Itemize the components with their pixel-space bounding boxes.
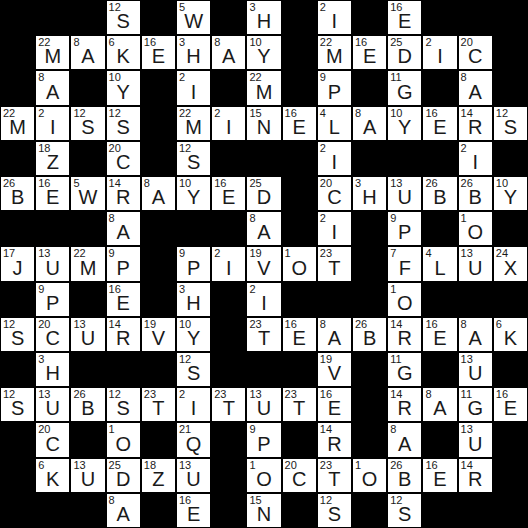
cell-letter: A bbox=[71, 45, 104, 68]
cell-letter: C bbox=[36, 327, 69, 350]
cell-r2c7[interactable]: 22M bbox=[246, 70, 281, 105]
cell-r2c5[interactable]: 2I bbox=[176, 70, 211, 105]
cell-r2c11[interactable]: 11G bbox=[387, 70, 422, 105]
black-cell bbox=[493, 493, 528, 528]
cell-r0c5[interactable]: 5W bbox=[176, 0, 211, 35]
cell-letter: C bbox=[36, 433, 69, 456]
cell-r12c13[interactable]: 13U bbox=[458, 422, 493, 457]
black-cell bbox=[141, 106, 176, 141]
black-cell bbox=[0, 141, 35, 176]
cell-r7c12[interactable]: 4L bbox=[422, 246, 457, 281]
black-cell bbox=[211, 317, 246, 352]
cell-letter: A bbox=[107, 503, 140, 526]
cell-letter: R bbox=[107, 327, 140, 350]
cell-r14c5[interactable]: 16E bbox=[176, 493, 211, 528]
cell-letter: U bbox=[388, 186, 421, 209]
cell-letter: C bbox=[107, 151, 140, 174]
black-cell bbox=[422, 211, 457, 246]
cell-r6c9[interactable]: 2I bbox=[317, 211, 352, 246]
cell-letter: M bbox=[247, 81, 280, 104]
cell-r7c3[interactable]: 9P bbox=[106, 246, 141, 281]
black-cell bbox=[246, 141, 281, 176]
black-cell bbox=[211, 70, 246, 105]
cell-r5c11[interactable]: 13U bbox=[387, 176, 422, 211]
cell-letter: E bbox=[36, 186, 69, 209]
cell-letter: A bbox=[423, 397, 456, 420]
black-cell bbox=[141, 211, 176, 246]
cell-r11c4[interactable]: 23T bbox=[141, 387, 176, 422]
cell-letter: U bbox=[71, 468, 104, 491]
cell-r3c11[interactable]: 10Y bbox=[387, 106, 422, 141]
cell-letter: O bbox=[353, 468, 386, 491]
cell-r7c13[interactable]: 13U bbox=[458, 246, 493, 281]
black-cell bbox=[211, 282, 246, 317]
cell-r5c6[interactable]: 16E bbox=[211, 176, 246, 211]
cell-letter: R bbox=[388, 397, 421, 420]
cell-r13c3[interactable]: 25D bbox=[106, 458, 141, 493]
black-cell bbox=[141, 246, 176, 281]
cell-r10c5[interactable]: 12S bbox=[176, 352, 211, 387]
cell-letter: T bbox=[142, 397, 175, 420]
cell-r1c10[interactable]: 16E bbox=[352, 35, 387, 70]
black-cell bbox=[352, 211, 387, 246]
cell-r11c7[interactable]: 13U bbox=[246, 387, 281, 422]
cell-letter: U bbox=[71, 327, 104, 350]
cell-r4c3[interactable]: 20C bbox=[106, 141, 141, 176]
black-cell bbox=[493, 70, 528, 105]
black-cell bbox=[493, 422, 528, 457]
cell-r3c12[interactable]: 16E bbox=[422, 106, 457, 141]
cell-r7c0[interactable]: 17J bbox=[0, 246, 35, 281]
cell-letter: Y bbox=[177, 327, 210, 350]
black-cell bbox=[35, 0, 70, 35]
cell-letter: K bbox=[494, 327, 527, 350]
black-cell bbox=[141, 282, 176, 317]
black-cell bbox=[0, 211, 35, 246]
black-cell bbox=[70, 493, 105, 528]
cell-r5c12[interactable]: 26B bbox=[422, 176, 457, 211]
cell-letter: J bbox=[1, 257, 34, 280]
cell-letter: I bbox=[423, 45, 456, 68]
black-cell bbox=[35, 211, 70, 246]
black-cell bbox=[106, 352, 141, 387]
cell-letter: B bbox=[1, 186, 34, 209]
cell-r0c3[interactable]: 12S bbox=[106, 0, 141, 35]
cell-letter: F bbox=[388, 257, 421, 280]
cell-r9c2[interactable]: 13U bbox=[70, 317, 105, 352]
cell-r5c9[interactable]: 20C bbox=[317, 176, 352, 211]
black-cell bbox=[70, 352, 105, 387]
cell-r14c7[interactable]: 15N bbox=[246, 493, 281, 528]
cell-letter: E bbox=[283, 116, 316, 139]
cell-r13c5[interactable]: 13U bbox=[176, 458, 211, 493]
cell-r11c14[interactable]: 16E bbox=[493, 387, 528, 422]
cell-letter: T bbox=[283, 397, 316, 420]
cell-r14c9[interactable]: 12S bbox=[317, 493, 352, 528]
cell-r13c7[interactable]: 1O bbox=[246, 458, 281, 493]
cell-letter: P bbox=[107, 257, 140, 280]
cell-r7c5[interactable]: 9P bbox=[176, 246, 211, 281]
cell-letter: I bbox=[318, 221, 351, 244]
cell-letter: U bbox=[459, 257, 492, 280]
cell-letter: I bbox=[177, 81, 210, 104]
cell-r5c2[interactable]: 5W bbox=[70, 176, 105, 211]
cell-r5c14[interactable]: 10Y bbox=[493, 176, 528, 211]
cell-letter: K bbox=[36, 468, 69, 491]
cell-r11c6[interactable]: 23T bbox=[211, 387, 246, 422]
cell-r3c3[interactable]: 12S bbox=[106, 106, 141, 141]
cell-letter: N bbox=[247, 116, 280, 139]
cell-letter: Y bbox=[247, 45, 280, 68]
black-cell bbox=[141, 352, 176, 387]
cell-r9c10[interactable]: 26B bbox=[352, 317, 387, 352]
cell-letter: W bbox=[177, 10, 210, 33]
cell-r9c11[interactable]: 14R bbox=[387, 317, 422, 352]
cell-r11c8[interactable]: 23T bbox=[282, 387, 317, 422]
cell-r1c11[interactable]: 25D bbox=[387, 35, 422, 70]
cell-letter: B bbox=[353, 327, 386, 350]
cell-letter: P bbox=[318, 81, 351, 104]
cell-r1c12[interactable]: 2I bbox=[422, 35, 457, 70]
cell-r11c0[interactable]: 12S bbox=[0, 387, 35, 422]
cell-r1c13[interactable]: 20C bbox=[458, 35, 493, 70]
cell-letter: C bbox=[318, 186, 351, 209]
cell-r7c14[interactable]: 24X bbox=[493, 246, 528, 281]
cell-r7c6[interactable]: 2I bbox=[211, 246, 246, 281]
black-cell bbox=[0, 282, 35, 317]
cell-r8c11[interactable]: 1O bbox=[387, 282, 422, 317]
cell-r0c7[interactable]: 3H bbox=[246, 0, 281, 35]
cell-r9c1[interactable]: 20C bbox=[35, 317, 70, 352]
cell-r2c1[interactable]: 8A bbox=[35, 70, 70, 105]
cell-r1c6[interactable]: 8A bbox=[211, 35, 246, 70]
cell-r12c9[interactable]: 14R bbox=[317, 422, 352, 457]
cell-letter: E bbox=[423, 116, 456, 139]
cell-r13c2[interactable]: 13U bbox=[70, 458, 105, 493]
cell-letter: L bbox=[318, 116, 351, 139]
cell-r5c1[interactable]: 16E bbox=[35, 176, 70, 211]
cell-r7c8[interactable]: 1O bbox=[282, 246, 317, 281]
black-cell bbox=[70, 70, 105, 105]
cell-letter: R bbox=[459, 468, 492, 491]
cell-letter: M bbox=[177, 116, 210, 139]
cell-letter: H bbox=[177, 292, 210, 315]
cell-r3c9[interactable]: 4L bbox=[317, 106, 352, 141]
cell-r6c7[interactable]: 8A bbox=[246, 211, 281, 246]
cell-letter: C bbox=[283, 468, 316, 491]
cell-r8c1[interactable]: 9P bbox=[35, 282, 70, 317]
cell-letter: U bbox=[36, 257, 69, 280]
cell-r6c13[interactable]: 1O bbox=[458, 211, 493, 246]
cell-r2c3[interactable]: 10Y bbox=[106, 70, 141, 105]
cell-letter: P bbox=[388, 221, 421, 244]
cell-r3c7[interactable]: 15N bbox=[246, 106, 281, 141]
cell-letter: I bbox=[177, 397, 210, 420]
cell-letter: H bbox=[247, 10, 280, 33]
cell-r13c11[interactable]: 26B bbox=[387, 458, 422, 493]
cell-r6c3[interactable]: 8A bbox=[106, 211, 141, 246]
cell-letter: Y bbox=[177, 186, 210, 209]
black-cell bbox=[35, 493, 70, 528]
cell-r9c3[interactable]: 14R bbox=[106, 317, 141, 352]
cell-letter: S bbox=[107, 116, 140, 139]
cell-r4c9[interactable]: 2I bbox=[317, 141, 352, 176]
cell-r1c3[interactable]: 6K bbox=[106, 35, 141, 70]
black-cell bbox=[282, 176, 317, 211]
cell-letter: H bbox=[177, 45, 210, 68]
cell-letter: H bbox=[353, 186, 386, 209]
cell-r11c1[interactable]: 13U bbox=[35, 387, 70, 422]
black-cell bbox=[493, 352, 528, 387]
cell-r11c13[interactable]: 11G bbox=[458, 387, 493, 422]
cell-r9c4[interactable]: 19V bbox=[141, 317, 176, 352]
cell-r12c5[interactable]: 21Q bbox=[176, 422, 211, 457]
cell-r11c9[interactable]: 16E bbox=[317, 387, 352, 422]
black-cell bbox=[422, 422, 457, 457]
black-cell bbox=[422, 70, 457, 105]
black-cell bbox=[387, 141, 422, 176]
black-cell bbox=[352, 352, 387, 387]
cell-r11c12[interactable]: 8A bbox=[422, 387, 457, 422]
cell-letter: A bbox=[353, 116, 386, 139]
cell-r13c9[interactable]: 23T bbox=[317, 458, 352, 493]
cell-r5c5[interactable]: 10Y bbox=[176, 176, 211, 211]
black-cell bbox=[0, 422, 35, 457]
cell-r1c1[interactable]: 22M bbox=[35, 35, 70, 70]
cell-r3c0[interactable]: 22M bbox=[0, 106, 35, 141]
cell-letter: I bbox=[459, 151, 492, 174]
cell-r13c13[interactable]: 14R bbox=[458, 458, 493, 493]
black-cell bbox=[70, 0, 105, 35]
black-cell bbox=[176, 211, 211, 246]
black-cell bbox=[70, 422, 105, 457]
cell-r0c11[interactable]: 16E bbox=[387, 0, 422, 35]
cell-r1c9[interactable]: 22M bbox=[317, 35, 352, 70]
cell-letter: O bbox=[107, 433, 140, 456]
cell-r1c5[interactable]: 3H bbox=[176, 35, 211, 70]
cell-letter: R bbox=[107, 186, 140, 209]
black-cell bbox=[352, 493, 387, 528]
cell-r6c11[interactable]: 9P bbox=[387, 211, 422, 246]
cell-r3c8[interactable]: 16E bbox=[282, 106, 317, 141]
cell-letter: A bbox=[212, 45, 245, 68]
black-cell bbox=[317, 282, 352, 317]
cell-letter: W bbox=[71, 186, 104, 209]
cell-r4c13[interactable]: 2I bbox=[458, 141, 493, 176]
black-cell bbox=[422, 493, 457, 528]
cell-r4c1[interactable]: 18Z bbox=[35, 141, 70, 176]
cell-r10c13[interactable]: 13U bbox=[458, 352, 493, 387]
cell-letter: I bbox=[212, 116, 245, 139]
cell-letter: P bbox=[247, 433, 280, 456]
black-cell bbox=[141, 70, 176, 105]
cell-r5c0[interactable]: 26B bbox=[0, 176, 35, 211]
cell-letter: O bbox=[247, 468, 280, 491]
cell-r9c8[interactable]: 16E bbox=[282, 317, 317, 352]
cell-letter: G bbox=[388, 362, 421, 385]
black-cell bbox=[352, 282, 387, 317]
black-cell bbox=[141, 422, 176, 457]
black-cell bbox=[352, 70, 387, 105]
cell-letter: S bbox=[177, 151, 210, 174]
black-cell bbox=[422, 282, 457, 317]
cell-r12c3[interactable]: 1O bbox=[106, 422, 141, 457]
cell-r0c9[interactable]: 2I bbox=[317, 0, 352, 35]
cell-r10c1[interactable]: 3H bbox=[35, 352, 70, 387]
black-cell bbox=[458, 493, 493, 528]
black-cell bbox=[211, 422, 246, 457]
cell-letter: O bbox=[388, 292, 421, 315]
cell-r7c1[interactable]: 13U bbox=[35, 246, 70, 281]
cell-r5c3[interactable]: 14R bbox=[106, 176, 141, 211]
cell-letter: U bbox=[459, 433, 492, 456]
black-cell bbox=[352, 387, 387, 422]
cell-r9c14[interactable]: 6K bbox=[493, 317, 528, 352]
cell-letter: V bbox=[318, 362, 351, 385]
cell-r3c10[interactable]: 8A bbox=[352, 106, 387, 141]
black-cell bbox=[282, 0, 317, 35]
cell-letter: D bbox=[107, 468, 140, 491]
black-cell bbox=[282, 282, 317, 317]
cell-letter: N bbox=[247, 503, 280, 526]
cell-r12c1[interactable]: 20C bbox=[35, 422, 70, 457]
black-cell bbox=[0, 35, 35, 70]
cell-letter: E bbox=[212, 186, 245, 209]
cell-r2c13[interactable]: 8A bbox=[458, 70, 493, 105]
black-cell bbox=[211, 352, 246, 387]
cell-r10c11[interactable]: 11G bbox=[387, 352, 422, 387]
cell-r12c11[interactable]: 8A bbox=[387, 422, 422, 457]
black-cell bbox=[493, 35, 528, 70]
black-cell bbox=[422, 141, 457, 176]
cell-r3c5[interactable]: 22M bbox=[176, 106, 211, 141]
cell-r13c12[interactable]: 16E bbox=[422, 458, 457, 493]
black-cell bbox=[211, 493, 246, 528]
cell-r3c2[interactable]: 12S bbox=[70, 106, 105, 141]
cell-letter: E bbox=[318, 397, 351, 420]
cell-r13c8[interactable]: 20C bbox=[282, 458, 317, 493]
cell-r14c3[interactable]: 8A bbox=[106, 493, 141, 528]
cell-r7c9[interactable]: 23T bbox=[317, 246, 352, 281]
black-cell bbox=[0, 70, 35, 105]
cell-r5c4[interactable]: 8A bbox=[141, 176, 176, 211]
cell-r1c4[interactable]: 16E bbox=[141, 35, 176, 70]
cell-letter: A bbox=[247, 221, 280, 244]
cell-r9c12[interactable]: 16E bbox=[422, 317, 457, 352]
cell-letter: E bbox=[142, 45, 175, 68]
cell-r3c13[interactable]: 14R bbox=[458, 106, 493, 141]
cell-letter: I bbox=[212, 257, 245, 280]
black-cell bbox=[282, 352, 317, 387]
cell-letter: M bbox=[1, 116, 34, 139]
cell-letter: B bbox=[71, 397, 104, 420]
cell-r10c9[interactable]: 19V bbox=[317, 352, 352, 387]
black-cell bbox=[141, 0, 176, 35]
cell-r9c7[interactable]: 23T bbox=[246, 317, 281, 352]
cell-letter: G bbox=[388, 81, 421, 104]
cell-r9c0[interactable]: 12S bbox=[0, 317, 35, 352]
black-cell bbox=[282, 141, 317, 176]
cell-r1c2[interactable]: 8A bbox=[70, 35, 105, 70]
cell-letter: O bbox=[459, 221, 492, 244]
black-cell bbox=[282, 493, 317, 528]
cell-letter: P bbox=[177, 257, 210, 280]
cell-r9c5[interactable]: 10Y bbox=[176, 317, 211, 352]
cell-letter: D bbox=[388, 45, 421, 68]
cell-r3c1[interactable]: 2I bbox=[35, 106, 70, 141]
cell-letter: Z bbox=[142, 468, 175, 491]
cell-letter: A bbox=[459, 81, 492, 104]
cell-r11c5[interactable]: 2I bbox=[176, 387, 211, 422]
cell-r3c6[interactable]: 2I bbox=[211, 106, 246, 141]
cell-r14c11[interactable]: 12S bbox=[387, 493, 422, 528]
cell-r8c5[interactable]: 3H bbox=[176, 282, 211, 317]
cell-r7c2[interactable]: 22M bbox=[70, 246, 105, 281]
black-cell bbox=[458, 282, 493, 317]
cell-letter: Z bbox=[36, 151, 69, 174]
cell-letter: R bbox=[459, 116, 492, 139]
cell-letter: E bbox=[494, 397, 527, 420]
cell-r1c7[interactable]: 10Y bbox=[246, 35, 281, 70]
cell-r12c7[interactable]: 9P bbox=[246, 422, 281, 457]
black-cell bbox=[211, 0, 246, 35]
cell-r3c14[interactable]: 12S bbox=[493, 106, 528, 141]
cell-r5c7[interactable]: 25D bbox=[246, 176, 281, 211]
cell-letter: S bbox=[1, 397, 34, 420]
cell-letter: M bbox=[36, 45, 69, 68]
cell-letter: H bbox=[36, 362, 69, 385]
cell-letter: A bbox=[142, 186, 175, 209]
cell-letter: B bbox=[423, 186, 456, 209]
black-cell bbox=[211, 458, 246, 493]
cell-letter: A bbox=[388, 433, 421, 456]
cell-r13c10[interactable]: 1O bbox=[352, 458, 387, 493]
cell-letter: S bbox=[107, 10, 140, 33]
cell-letter: T bbox=[318, 468, 351, 491]
cell-r9c9[interactable]: 8A bbox=[317, 317, 352, 352]
cell-letter: S bbox=[177, 362, 210, 385]
cell-r7c11[interactable]: 7F bbox=[387, 246, 422, 281]
cell-r9c13[interactable]: 8A bbox=[458, 317, 493, 352]
cell-letter: O bbox=[283, 257, 316, 280]
black-cell bbox=[0, 352, 35, 387]
cell-letter: T bbox=[318, 257, 351, 280]
black-cell bbox=[493, 282, 528, 317]
cell-r5c13[interactable]: 26B bbox=[458, 176, 493, 211]
cell-letter: L bbox=[423, 257, 456, 280]
cell-letter: S bbox=[494, 116, 527, 139]
cell-r8c3[interactable]: 16E bbox=[106, 282, 141, 317]
cell-r4c5[interactable]: 12S bbox=[176, 141, 211, 176]
black-cell bbox=[282, 35, 317, 70]
black-cell bbox=[352, 141, 387, 176]
cell-r8c7[interactable]: 2I bbox=[246, 282, 281, 317]
cell-r5c10[interactable]: 3H bbox=[352, 176, 387, 211]
black-cell bbox=[0, 0, 35, 35]
cell-letter: I bbox=[318, 151, 351, 174]
cell-r13c4[interactable]: 18Z bbox=[141, 458, 176, 493]
cell-r11c3[interactable]: 12S bbox=[106, 387, 141, 422]
cell-r13c1[interactable]: 6K bbox=[35, 458, 70, 493]
cell-letter: D bbox=[247, 186, 280, 209]
cell-letter: A bbox=[459, 327, 492, 350]
black-cell bbox=[0, 458, 35, 493]
cell-r11c11[interactable]: 14R bbox=[387, 387, 422, 422]
cell-r7c7[interactable]: 19V bbox=[246, 246, 281, 281]
cell-r2c9[interactable]: 9P bbox=[317, 70, 352, 105]
codeword-grid: 12S5W3H2I16E22M8A6K16E3H8A10Y22M16E25D2I… bbox=[0, 0, 528, 528]
cell-r11c2[interactable]: 26B bbox=[70, 387, 105, 422]
